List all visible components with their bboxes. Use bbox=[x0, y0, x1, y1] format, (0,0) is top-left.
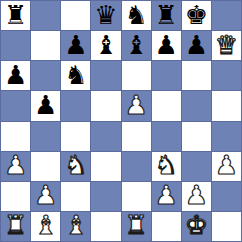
square-h2[interactable] bbox=[212, 182, 241, 211]
square-g3[interactable] bbox=[182, 152, 211, 181]
square-e3[interactable] bbox=[122, 152, 151, 181]
square-f3[interactable]: ♞ bbox=[152, 152, 181, 181]
square-f8[interactable]: ♜ bbox=[152, 1, 181, 30]
square-f5[interactable] bbox=[152, 91, 181, 120]
square-c3[interactable]: ♞ bbox=[61, 152, 90, 181]
square-f7[interactable]: ♟ bbox=[152, 31, 181, 60]
square-d7[interactable]: ♝ bbox=[91, 31, 120, 60]
square-g4[interactable] bbox=[182, 122, 211, 151]
square-a5[interactable] bbox=[1, 91, 30, 120]
piece-black-knight[interactable]: ♞ bbox=[124, 2, 147, 28]
square-h6[interactable] bbox=[212, 61, 241, 90]
piece-black-queen[interactable]: ♛ bbox=[94, 2, 117, 28]
piece-white-queen[interactable]: ♛ bbox=[215, 32, 238, 58]
square-c8[interactable] bbox=[61, 1, 90, 30]
square-h8[interactable] bbox=[212, 1, 241, 30]
square-d6[interactable] bbox=[91, 61, 120, 90]
square-f1[interactable] bbox=[152, 212, 181, 241]
piece-white-knight[interactable]: ♞ bbox=[64, 152, 87, 178]
piece-black-pawn[interactable]: ♟ bbox=[34, 92, 57, 118]
square-h1[interactable] bbox=[212, 212, 241, 241]
piece-black-knight[interactable]: ♞ bbox=[64, 62, 87, 88]
square-d4[interactable] bbox=[91, 122, 120, 151]
square-h5[interactable] bbox=[212, 91, 241, 120]
square-g2[interactable]: ♟ bbox=[182, 182, 211, 211]
square-f6[interactable] bbox=[152, 61, 181, 90]
square-d8[interactable]: ♛ bbox=[91, 1, 120, 30]
piece-white-king[interactable]: ♚ bbox=[185, 212, 208, 238]
piece-black-bishop[interactable]: ♝ bbox=[94, 32, 117, 58]
square-c2[interactable] bbox=[61, 182, 90, 211]
square-a3[interactable]: ♟ bbox=[1, 152, 30, 181]
piece-black-rook[interactable]: ♜ bbox=[4, 2, 27, 28]
piece-white-pawn[interactable]: ♟ bbox=[4, 152, 27, 178]
piece-black-pawn[interactable]: ♟ bbox=[185, 32, 208, 58]
piece-black-pawn[interactable]: ♟ bbox=[155, 32, 178, 58]
square-a1[interactable]: ♜ bbox=[1, 212, 30, 241]
square-a2[interactable] bbox=[1, 182, 30, 211]
square-a4[interactable] bbox=[1, 122, 30, 151]
square-f4[interactable] bbox=[152, 122, 181, 151]
square-a8[interactable]: ♜ bbox=[1, 1, 30, 30]
square-d5[interactable] bbox=[91, 91, 120, 120]
piece-white-pawn[interactable]: ♟ bbox=[155, 182, 178, 208]
square-h4[interactable] bbox=[212, 122, 241, 151]
chess-board: ♜♛♞♜♚♟♝♝♟♟♛♟♞♟♟♟♞♞♟♟♟♟♜♝♝♜♚ bbox=[0, 0, 242, 242]
piece-white-pawn[interactable]: ♟ bbox=[185, 182, 208, 208]
square-e5[interactable]: ♟ bbox=[122, 91, 151, 120]
square-c1[interactable]: ♝ bbox=[61, 212, 90, 241]
square-h7[interactable]: ♛ bbox=[212, 31, 241, 60]
square-e7[interactable]: ♝ bbox=[122, 31, 151, 60]
square-b8[interactable] bbox=[31, 1, 60, 30]
square-b4[interactable] bbox=[31, 122, 60, 151]
square-d3[interactable] bbox=[91, 152, 120, 181]
piece-white-pawn[interactable]: ♟ bbox=[215, 152, 238, 178]
square-d1[interactable] bbox=[91, 212, 120, 241]
square-f2[interactable]: ♟ bbox=[152, 182, 181, 211]
square-c5[interactable] bbox=[61, 91, 90, 120]
square-b2[interactable]: ♟ bbox=[31, 182, 60, 211]
square-b7[interactable] bbox=[31, 31, 60, 60]
piece-white-rook[interactable]: ♜ bbox=[124, 212, 147, 238]
piece-black-king[interactable]: ♚ bbox=[185, 2, 208, 28]
square-e4[interactable] bbox=[122, 122, 151, 151]
piece-white-bishop[interactable]: ♝ bbox=[64, 212, 87, 238]
piece-black-rook[interactable]: ♜ bbox=[155, 2, 178, 28]
square-b1[interactable]: ♝ bbox=[31, 212, 60, 241]
piece-white-knight[interactable]: ♞ bbox=[155, 152, 178, 178]
square-a6[interactable]: ♟ bbox=[1, 61, 30, 90]
piece-black-pawn[interactable]: ♟ bbox=[64, 32, 87, 58]
square-e1[interactable]: ♜ bbox=[122, 212, 151, 241]
square-g8[interactable]: ♚ bbox=[182, 1, 211, 30]
square-c4[interactable] bbox=[61, 122, 90, 151]
piece-black-bishop[interactable]: ♝ bbox=[124, 32, 147, 58]
piece-white-pawn[interactable]: ♟ bbox=[124, 92, 147, 118]
square-g7[interactable]: ♟ bbox=[182, 31, 211, 60]
square-h3[interactable]: ♟ bbox=[212, 152, 241, 181]
square-b5[interactable]: ♟ bbox=[31, 91, 60, 120]
square-e8[interactable]: ♞ bbox=[122, 1, 151, 30]
piece-white-rook[interactable]: ♜ bbox=[4, 212, 27, 238]
square-g6[interactable] bbox=[182, 61, 211, 90]
square-g5[interactable] bbox=[182, 91, 211, 120]
square-a7[interactable] bbox=[1, 31, 30, 60]
square-c6[interactable]: ♞ bbox=[61, 61, 90, 90]
piece-black-pawn[interactable]: ♟ bbox=[4, 62, 27, 88]
square-b3[interactable] bbox=[31, 152, 60, 181]
square-e2[interactable] bbox=[122, 182, 151, 211]
square-d2[interactable] bbox=[91, 182, 120, 211]
square-c7[interactable]: ♟ bbox=[61, 31, 90, 60]
square-g1[interactable]: ♚ bbox=[182, 212, 211, 241]
square-b6[interactable] bbox=[31, 61, 60, 90]
piece-white-pawn[interactable]: ♟ bbox=[34, 182, 57, 208]
piece-white-bishop[interactable]: ♝ bbox=[34, 212, 57, 238]
square-e6[interactable] bbox=[122, 61, 151, 90]
